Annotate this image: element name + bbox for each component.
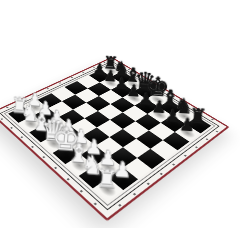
black-pawn-icon: ♟ — [166, 115, 208, 135]
white-rook-icon: ♜ — [82, 165, 132, 193]
board-perspective-wrapper: ♜♞♝♛♚♝♞♜♟♟♟♟♟♟♟♟♟♟♟♟♟♟♟♟♜♞♝♛♚♝♞♜ — [0, 0, 238, 228]
chess-board: ♜♞♝♛♚♝♞♜♟♟♟♟♟♟♟♟♟♟♟♟♟♟♟♟♜♞♝♛♚♝♞♜ — [8, 65, 211, 202]
chess-set-photo: ♜♞♝♛♚♝♞♜♟♟♟♟♟♟♟♟♟♟♟♟♟♟♟♟♜♞♝♛♚♝♞♜ — [0, 0, 240, 228]
